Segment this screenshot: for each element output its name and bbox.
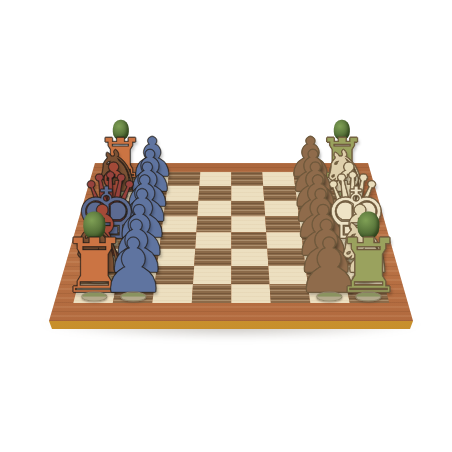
pawn-glyph: ♟ bbox=[117, 175, 173, 225]
bishop-glyph: ♝ bbox=[87, 162, 141, 210]
piece-base bbox=[90, 256, 115, 266]
pawn-glyph: ♟ bbox=[104, 219, 169, 277]
piece-base bbox=[133, 222, 157, 231]
rook-glyph: ♜ bbox=[96, 137, 144, 180]
piece-black-pawn: ♟ bbox=[124, 149, 175, 200]
pawn-glyph: ♟ bbox=[100, 235, 167, 295]
piece-black-bishop: ♝ bbox=[87, 162, 141, 216]
piece-black-queen: ♛ bbox=[80, 171, 140, 231]
piece-white-pawn: ♟ bbox=[286, 137, 334, 186]
piece-white-pawn: ♟ bbox=[290, 175, 346, 231]
king-glyph: ♚ bbox=[325, 185, 388, 241]
knight-glyph: ♞ bbox=[332, 219, 397, 277]
piece-base bbox=[334, 191, 356, 200]
piece-black-knight: ♞ bbox=[92, 149, 143, 200]
piece-base bbox=[304, 206, 327, 215]
piece-white-pawn: ♟ bbox=[287, 149, 338, 200]
piece-base bbox=[139, 191, 161, 200]
pawn-glyph: ♟ bbox=[108, 204, 170, 259]
pawn-glyph: ♟ bbox=[296, 235, 363, 295]
chess-set-photo: Hand-painted African-themed figurine che… bbox=[0, 0, 452, 452]
pawn-glyph: ♟ bbox=[288, 162, 342, 210]
piece-black-pawn: ♟ bbox=[117, 175, 173, 231]
knight-glyph: ♞ bbox=[92, 149, 143, 195]
tree-icon bbox=[83, 211, 106, 238]
piece-base bbox=[348, 256, 373, 266]
pawn-glyph: ♟ bbox=[294, 219, 359, 277]
piece-white-pawn: ♟ bbox=[294, 219, 359, 283]
piece-white-rook: ♜ bbox=[335, 211, 402, 301]
piece-black-pawn: ♟ bbox=[104, 219, 169, 283]
queen-glyph: ♛ bbox=[322, 171, 382, 225]
king-glyph: ♚ bbox=[75, 185, 138, 241]
piece-base bbox=[127, 256, 152, 266]
chess-pieces: ♜♟♟♜♞♟♟♞♝♟♟♝♛♟♟♛♚♟♟♚♝♟♟♝♞♟♟♞♜♟♟♜ bbox=[0, 0, 452, 452]
piece-base bbox=[344, 239, 368, 248]
piece-base bbox=[102, 206, 125, 215]
piece-black-pawn: ♟ bbox=[128, 137, 176, 186]
piece-base bbox=[337, 206, 360, 215]
piece-base bbox=[355, 292, 381, 302]
pawn-glyph: ♟ bbox=[128, 137, 176, 180]
piece-white-queen: ♛ bbox=[322, 171, 382, 231]
pawn-glyph: ♟ bbox=[113, 189, 172, 242]
rook-glyph: ♜ bbox=[335, 235, 402, 295]
knight-glyph: ♞ bbox=[320, 149, 371, 195]
piece-base bbox=[308, 239, 332, 248]
piece-white-king: ♚ bbox=[325, 185, 388, 247]
piece-base bbox=[124, 273, 150, 283]
tree-icon bbox=[357, 211, 380, 238]
piece-white-bishop: ♝ bbox=[322, 162, 376, 216]
piece-base bbox=[136, 206, 159, 215]
piece-white-rook: ♜ bbox=[318, 120, 366, 185]
bishop-glyph: ♝ bbox=[72, 204, 134, 259]
piece-base bbox=[94, 239, 118, 248]
piece-black-bishop: ♝ bbox=[72, 204, 134, 265]
piece-black-pawn: ♟ bbox=[120, 162, 174, 216]
tree-icon bbox=[334, 120, 350, 139]
piece-black-king: ♚ bbox=[75, 185, 138, 247]
piece-white-knight: ♞ bbox=[332, 219, 397, 283]
piece-black-knight: ♞ bbox=[66, 219, 131, 283]
piece-black-pawn: ♟ bbox=[100, 235, 167, 301]
piece-white-pawn: ♟ bbox=[291, 189, 350, 248]
piece-white-bishop: ♝ bbox=[329, 204, 391, 265]
piece-base bbox=[300, 177, 322, 186]
piece-white-pawn: ♟ bbox=[288, 162, 342, 216]
piece-base bbox=[106, 191, 128, 200]
piece-base bbox=[130, 239, 154, 248]
rook-glyph: ♜ bbox=[61, 235, 128, 295]
pawn-glyph: ♟ bbox=[120, 162, 174, 210]
piece-black-pawn: ♟ bbox=[108, 204, 170, 265]
pawn-glyph: ♟ bbox=[290, 175, 346, 225]
piece-base bbox=[351, 273, 377, 283]
bishop-glyph: ♝ bbox=[329, 204, 391, 259]
knight-glyph: ♞ bbox=[66, 219, 131, 277]
piece-black-pawn: ♟ bbox=[113, 189, 172, 248]
piece-base bbox=[120, 292, 146, 302]
piece-base bbox=[110, 177, 132, 186]
piece-white-knight: ♞ bbox=[320, 149, 371, 200]
piece-black-rook: ♜ bbox=[61, 211, 128, 301]
piece-base bbox=[313, 273, 339, 283]
tree-icon bbox=[112, 120, 128, 139]
piece-base bbox=[306, 222, 330, 231]
piece-base bbox=[316, 292, 342, 302]
piece-base bbox=[141, 177, 163, 186]
queen-glyph: ♛ bbox=[80, 171, 140, 225]
piece-base bbox=[86, 273, 112, 283]
pawn-glyph: ♟ bbox=[124, 149, 175, 195]
pawn-glyph: ♟ bbox=[287, 149, 338, 195]
pawn-glyph: ♟ bbox=[286, 137, 334, 180]
piece-white-pawn: ♟ bbox=[296, 235, 363, 301]
piece-base bbox=[98, 222, 122, 231]
piece-base bbox=[81, 292, 107, 302]
pawn-glyph: ♟ bbox=[292, 204, 354, 259]
piece-black-rook: ♜ bbox=[96, 120, 144, 185]
piece-base bbox=[311, 256, 336, 266]
piece-base bbox=[331, 177, 353, 186]
bishop-glyph: ♝ bbox=[322, 162, 376, 210]
pawn-glyph: ♟ bbox=[291, 189, 350, 242]
piece-base bbox=[341, 222, 365, 231]
rook-glyph: ♜ bbox=[318, 137, 366, 180]
piece-base bbox=[302, 191, 324, 200]
piece-white-pawn: ♟ bbox=[292, 204, 354, 265]
